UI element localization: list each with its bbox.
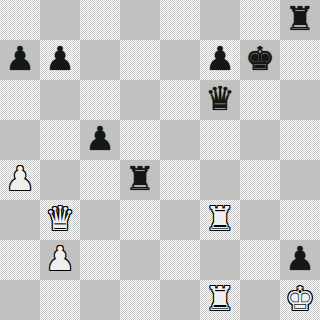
square-b3[interactable]: ♛ <box>40 200 80 240</box>
piece-black-pawn: ♟ <box>285 240 315 279</box>
square-e8[interactable] <box>160 0 200 40</box>
piece-white-queen: ♛ <box>45 200 75 239</box>
square-e6[interactable] <box>160 80 200 120</box>
square-h6[interactable] <box>280 80 320 120</box>
square-b8[interactable] <box>40 0 80 40</box>
square-h7[interactable] <box>280 40 320 80</box>
square-f1[interactable]: ♜ <box>200 280 240 320</box>
square-b7[interactable]: ♟ <box>40 40 80 80</box>
square-d4[interactable]: ♜ <box>120 160 160 200</box>
piece-black-pawn: ♟ <box>5 40 35 79</box>
square-e5[interactable] <box>160 120 200 160</box>
piece-black-pawn: ♟ <box>85 120 115 159</box>
square-g3[interactable] <box>240 200 280 240</box>
square-c3[interactable] <box>80 200 120 240</box>
square-c5[interactable]: ♟ <box>80 120 120 160</box>
square-g6[interactable] <box>240 80 280 120</box>
piece-black-pawn: ♟ <box>205 40 235 79</box>
square-c6[interactable] <box>80 80 120 120</box>
square-g2[interactable] <box>240 240 280 280</box>
square-g1[interactable] <box>240 280 280 320</box>
square-d5[interactable] <box>120 120 160 160</box>
square-c8[interactable] <box>80 0 120 40</box>
piece-white-king: ♚ <box>285 280 315 319</box>
square-f5[interactable] <box>200 120 240 160</box>
square-e4[interactable] <box>160 160 200 200</box>
square-e3[interactable] <box>160 200 200 240</box>
square-g7[interactable]: ♚ <box>240 40 280 80</box>
square-a4[interactable]: ♟ <box>0 160 40 200</box>
square-d3[interactable] <box>120 200 160 240</box>
square-a7[interactable]: ♟ <box>0 40 40 80</box>
square-g5[interactable] <box>240 120 280 160</box>
piece-black-pawn: ♟ <box>45 40 75 79</box>
piece-black-king: ♚ <box>245 40 275 79</box>
piece-white-rook: ♜ <box>205 200 235 239</box>
square-d7[interactable] <box>120 40 160 80</box>
square-f6[interactable]: ♛ <box>200 80 240 120</box>
square-c1[interactable] <box>80 280 120 320</box>
square-a2[interactable] <box>0 240 40 280</box>
square-c2[interactable] <box>80 240 120 280</box>
square-e7[interactable] <box>160 40 200 80</box>
square-h1[interactable]: ♚ <box>280 280 320 320</box>
square-d1[interactable] <box>120 280 160 320</box>
square-g8[interactable] <box>240 0 280 40</box>
square-h8[interactable]: ♜ <box>280 0 320 40</box>
piece-black-rook: ♜ <box>125 160 155 199</box>
square-f2[interactable] <box>200 240 240 280</box>
piece-white-pawn: ♟ <box>5 160 35 199</box>
square-d8[interactable] <box>120 0 160 40</box>
square-d6[interactable] <box>120 80 160 120</box>
square-g4[interactable] <box>240 160 280 200</box>
square-b6[interactable] <box>40 80 80 120</box>
square-h3[interactable] <box>280 200 320 240</box>
square-a1[interactable] <box>0 280 40 320</box>
square-c7[interactable] <box>80 40 120 80</box>
square-a3[interactable] <box>0 200 40 240</box>
square-e1[interactable] <box>160 280 200 320</box>
piece-black-rook: ♜ <box>285 0 315 39</box>
piece-white-rook: ♜ <box>205 280 235 319</box>
square-b4[interactable] <box>40 160 80 200</box>
square-a5[interactable] <box>0 120 40 160</box>
square-b1[interactable] <box>40 280 80 320</box>
square-a8[interactable] <box>0 0 40 40</box>
square-d2[interactable] <box>120 240 160 280</box>
square-h5[interactable] <box>280 120 320 160</box>
piece-white-pawn: ♟ <box>45 240 75 279</box>
square-h4[interactable] <box>280 160 320 200</box>
square-f3[interactable]: ♜ <box>200 200 240 240</box>
square-f7[interactable]: ♟ <box>200 40 240 80</box>
square-h2[interactable]: ♟ <box>280 240 320 280</box>
square-c4[interactable] <box>80 160 120 200</box>
piece-black-queen: ♛ <box>205 80 235 119</box>
square-b2[interactable]: ♟ <box>40 240 80 280</box>
square-f4[interactable] <box>200 160 240 200</box>
square-a6[interactable] <box>0 80 40 120</box>
square-b5[interactable] <box>40 120 80 160</box>
square-e2[interactable] <box>160 240 200 280</box>
chess-board: ♜♟♟♟♚♛♟♟♜♛♜♟♟♜♚ <box>0 0 320 320</box>
square-f8[interactable] <box>200 0 240 40</box>
